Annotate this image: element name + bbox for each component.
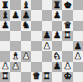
piece-white-knight[interactable]: ♞	[53, 51, 61, 60]
square-h4[interactable]: ♟	[73, 41, 83, 51]
square-h5[interactable]	[73, 31, 83, 41]
square-b5[interactable]	[10, 31, 20, 41]
square-d5[interactable]	[31, 31, 41, 41]
piece-black-pawn[interactable]: ♟	[12, 10, 20, 19]
square-g6[interactable]: ♛	[62, 21, 72, 31]
square-f8[interactable]: ♜	[52, 0, 62, 10]
square-f6[interactable]	[52, 21, 62, 31]
square-f7[interactable]: ♟	[52, 10, 62, 20]
square-b3[interactable]: ♝	[10, 51, 20, 61]
piece-black-rook[interactable]: ♜	[53, 0, 61, 9]
square-e6[interactable]	[42, 21, 52, 31]
piece-white-queen[interactable]: ♛	[32, 72, 40, 81]
piece-black-knight[interactable]: ♞	[22, 21, 30, 30]
piece-black-rook[interactable]: ♜	[1, 0, 9, 9]
square-a5[interactable]	[0, 31, 10, 41]
square-b8[interactable]	[10, 0, 20, 10]
square-h2[interactable]	[73, 62, 83, 72]
square-a1[interactable]: ♜	[0, 72, 10, 82]
square-e8[interactable]	[42, 0, 52, 10]
square-d8[interactable]	[31, 0, 41, 10]
square-a4[interactable]	[0, 41, 10, 51]
square-g2[interactable]: ♟	[62, 62, 72, 72]
piece-black-pawn[interactable]: ♟	[53, 31, 61, 40]
piece-white-pawn[interactable]: ♟	[22, 51, 30, 60]
piece-white-king[interactable]: ♚	[63, 72, 71, 81]
square-c6[interactable]: ♞	[21, 21, 31, 31]
square-h3[interactable]: ♟	[73, 51, 83, 61]
square-f1[interactable]	[52, 72, 62, 82]
square-g4[interactable]	[62, 41, 72, 51]
square-d2[interactable]	[31, 62, 41, 72]
square-a3[interactable]	[0, 51, 10, 61]
square-e4[interactable]: ♟	[42, 41, 52, 51]
square-a8[interactable]: ♜	[0, 0, 10, 10]
piece-black-bishop[interactable]: ♝	[1, 10, 9, 19]
piece-black-bishop[interactable]: ♝	[22, 0, 30, 9]
square-h6[interactable]	[73, 21, 83, 31]
square-g5[interactable]: ♜	[62, 31, 72, 41]
square-f5[interactable]: ♟	[52, 31, 62, 41]
square-c3[interactable]: ♟	[21, 51, 31, 61]
piece-black-pawn[interactable]: ♟	[43, 31, 51, 40]
square-g3[interactable]	[62, 51, 72, 61]
piece-white-pawn[interactable]: ♟	[43, 41, 51, 50]
square-a7[interactable]: ♝	[0, 10, 10, 20]
piece-white-pawn[interactable]: ♟	[1, 62, 9, 71]
piece-black-pawn[interactable]: ♟	[22, 10, 30, 19]
square-a2[interactable]: ♟	[0, 62, 10, 72]
square-f2[interactable]: ♟	[52, 62, 62, 72]
piece-white-pawn[interactable]: ♟	[74, 51, 82, 60]
square-d7[interactable]	[31, 10, 41, 20]
square-g1[interactable]: ♚	[62, 72, 72, 82]
square-b6[interactable]	[10, 21, 20, 31]
piece-white-rook[interactable]: ♜	[43, 72, 51, 81]
square-d6[interactable]	[31, 21, 41, 31]
square-b2[interactable]: ♟	[10, 62, 20, 72]
piece-white-pawn[interactable]: ♟	[12, 62, 20, 71]
square-e7[interactable]	[42, 10, 52, 20]
square-b7[interactable]: ♟	[10, 10, 20, 20]
square-e3[interactable]	[42, 51, 52, 61]
square-f4[interactable]	[52, 41, 62, 51]
square-g8[interactable]: ♚	[62, 0, 72, 10]
piece-black-pawn[interactable]: ♟	[53, 10, 61, 19]
square-g7[interactable]	[62, 10, 72, 20]
piece-white-rook[interactable]: ♜	[63, 31, 71, 40]
piece-black-pawn[interactable]: ♟	[1, 21, 9, 30]
square-c5[interactable]	[21, 31, 31, 41]
square-c2[interactable]	[21, 62, 31, 72]
square-d4[interactable]	[31, 41, 41, 51]
square-c1[interactable]	[21, 72, 31, 82]
chess-board: ♜♝♜♚♝♟♟♟♟♞♛♟♟♜♟♟♝♟♞♟♟♟♟♟♜♛♜♚	[0, 0, 83, 82]
piece-black-pawn[interactable]: ♟	[74, 41, 82, 50]
square-b1[interactable]	[10, 72, 20, 82]
square-h8[interactable]	[73, 0, 83, 10]
piece-white-rook[interactable]: ♜	[1, 72, 9, 81]
piece-black-queen[interactable]: ♛	[63, 21, 71, 30]
square-c7[interactable]: ♟	[21, 10, 31, 20]
square-b4[interactable]	[10, 41, 20, 51]
square-f3[interactable]: ♞	[52, 51, 62, 61]
piece-white-bishop[interactable]: ♝	[12, 51, 20, 60]
square-d3[interactable]	[31, 51, 41, 61]
piece-black-king[interactable]: ♚	[63, 0, 71, 9]
piece-white-pawn[interactable]: ♟	[63, 62, 71, 71]
square-a6[interactable]: ♟	[0, 21, 10, 31]
square-c8[interactable]: ♝	[21, 0, 31, 10]
square-d1[interactable]: ♛	[31, 72, 41, 82]
piece-black-pawn[interactable]: ♟	[53, 62, 61, 71]
square-e1[interactable]: ♜	[42, 72, 52, 82]
square-h1[interactable]	[73, 72, 83, 82]
square-h7[interactable]	[73, 10, 83, 20]
square-e5[interactable]: ♟	[42, 31, 52, 41]
square-e2[interactable]	[42, 62, 52, 72]
square-c4[interactable]	[21, 41, 31, 51]
